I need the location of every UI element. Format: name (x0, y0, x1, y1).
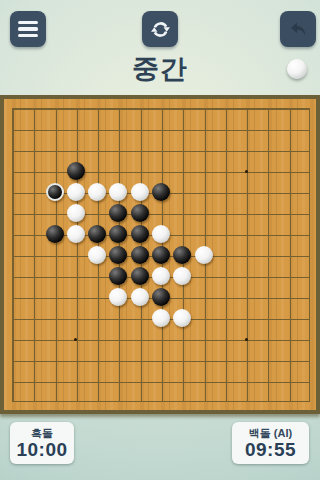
white-stone (67, 204, 85, 222)
black-stone (152, 246, 170, 264)
white-stone (109, 288, 127, 306)
black-stone (67, 162, 85, 180)
black-stone (131, 225, 149, 243)
black-stone (152, 183, 170, 201)
white-stone (88, 246, 106, 264)
black-stone (109, 204, 127, 222)
white-stone (152, 309, 170, 327)
white-stone (131, 288, 149, 306)
black-stone (152, 288, 170, 306)
board-wood (4, 99, 316, 410)
black-stone (46, 183, 64, 201)
black-stone (131, 246, 149, 264)
white-stone (173, 309, 191, 327)
white-stone-indicator (287, 59, 307, 79)
white-stone (173, 267, 191, 285)
star-point (74, 338, 77, 341)
black-stone (131, 204, 149, 222)
white-clock-label: 백돌 (AI) (249, 427, 292, 439)
black-stone (173, 246, 191, 264)
refresh-icon (150, 19, 171, 40)
white-clock: 백돌 (AI) 09:55 (232, 422, 309, 464)
white-stone (131, 183, 149, 201)
black-clock-label: 흑돌 (31, 427, 53, 439)
white-stone (67, 183, 85, 201)
board-grid[interactable] (4, 99, 316, 410)
black-stone (109, 246, 127, 264)
black-stone (131, 267, 149, 285)
star-point (245, 170, 248, 173)
black-clock: 흑돌 10:00 (10, 422, 74, 464)
black-stone (109, 267, 127, 285)
page-title: 중간 (0, 51, 320, 87)
black-clock-time: 10:00 (16, 440, 67, 460)
white-stone (109, 183, 127, 201)
black-stone (88, 225, 106, 243)
gomoku-board[interactable] (0, 95, 320, 414)
menu-button[interactable] (10, 11, 46, 47)
white-stone (195, 246, 213, 264)
white-stone (152, 267, 170, 285)
white-stone (88, 183, 106, 201)
white-clock-time: 09:55 (245, 440, 296, 460)
undo-button[interactable] (280, 11, 316, 47)
black-stone (109, 225, 127, 243)
white-stone (67, 225, 85, 243)
black-stone (46, 225, 64, 243)
hamburger-icon (18, 21, 38, 38)
undo-arrow-icon (287, 18, 309, 40)
app-screen: 중간 흑돌 10:00 백돌 (AI) 09:55 (0, 0, 320, 480)
star-point (245, 338, 248, 341)
new-game-button[interactable] (142, 11, 178, 47)
white-stone (152, 225, 170, 243)
